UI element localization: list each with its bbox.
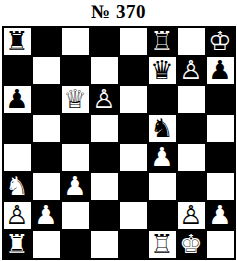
square-a4 <box>3 143 32 172</box>
square-d1 <box>90 230 119 259</box>
square-g7: ♙ <box>177 56 206 85</box>
square-b3 <box>32 172 61 201</box>
square-h7: ♟ <box>206 56 235 85</box>
square-e5 <box>119 114 148 143</box>
square-h6 <box>206 85 235 114</box>
square-a6: ♟ <box>3 85 32 114</box>
square-d7 <box>90 56 119 85</box>
square-d3 <box>90 172 119 201</box>
square-a5 <box>3 114 32 143</box>
piece-white-pawn-g2: ♙ <box>179 201 202 230</box>
square-a7 <box>3 56 32 85</box>
square-g5 <box>177 114 206 143</box>
piece-black-knight-f5: ♞ <box>150 114 173 143</box>
square-c6: ♕ <box>61 85 90 114</box>
square-b7 <box>32 56 61 85</box>
square-b1 <box>32 230 61 259</box>
piece-black-pawn-h2: ♟ <box>208 201 231 230</box>
square-c8 <box>61 27 90 56</box>
square-c5 <box>61 114 90 143</box>
piece-white-pawn-d6: ♙ <box>92 85 115 114</box>
square-b2: ♟ <box>32 201 61 230</box>
square-g6 <box>177 85 206 114</box>
square-f1: ♖ <box>148 230 177 259</box>
square-e2 <box>119 201 148 230</box>
piece-black-rook-a8: ♜ <box>5 27 28 56</box>
square-f2 <box>148 201 177 230</box>
square-g8 <box>177 27 206 56</box>
square-c3: ♟ <box>61 172 90 201</box>
square-g4 <box>177 143 206 172</box>
piece-white-king-h8: ♔ <box>208 27 231 56</box>
square-f6 <box>148 85 177 114</box>
piece-black-knight-a3: ♞ <box>5 172 28 201</box>
square-b8 <box>32 27 61 56</box>
square-a3: ♞ <box>3 172 32 201</box>
piece-black-queen-f7: ♛ <box>150 56 173 85</box>
square-f8: ♖ <box>148 27 177 56</box>
square-c1 <box>61 230 90 259</box>
square-d4 <box>90 143 119 172</box>
square-g1: ♚ <box>177 230 206 259</box>
piece-white-pawn-a2: ♙ <box>5 201 28 230</box>
square-c7 <box>61 56 90 85</box>
piece-black-rook-a1: ♜ <box>5 230 28 259</box>
square-h3 <box>206 172 235 201</box>
square-g3 <box>177 172 206 201</box>
square-d2 <box>90 201 119 230</box>
square-e8 <box>119 27 148 56</box>
chess-board: ♜♖♔♛♙♟♟♕♙♞♟♞♟♙♟♙♟♜♖♚ <box>2 26 236 260</box>
square-e4 <box>119 143 148 172</box>
piece-white-rook-f1: ♖ <box>150 230 173 259</box>
square-c2 <box>61 201 90 230</box>
square-f7: ♛ <box>148 56 177 85</box>
square-c4 <box>61 143 90 172</box>
piece-black-king-g1: ♚ <box>179 230 202 259</box>
square-b4 <box>32 143 61 172</box>
square-f3 <box>148 172 177 201</box>
square-b5 <box>32 114 61 143</box>
square-e1 <box>119 230 148 259</box>
piece-black-pawn-f4: ♟ <box>150 143 173 172</box>
square-d5 <box>90 114 119 143</box>
square-d6: ♙ <box>90 85 119 114</box>
piece-white-queen-c6: ♕ <box>63 85 86 114</box>
piece-black-pawn-b2: ♟ <box>34 201 57 230</box>
square-e7 <box>119 56 148 85</box>
square-e6 <box>119 85 148 114</box>
square-h1 <box>206 230 235 259</box>
square-h8: ♔ <box>206 27 235 56</box>
piece-black-pawn-h7: ♟ <box>208 56 231 85</box>
square-h5 <box>206 114 235 143</box>
piece-black-pawn-a6: ♟ <box>5 85 28 114</box>
square-e3 <box>119 172 148 201</box>
square-a8: ♜ <box>3 27 32 56</box>
square-f4: ♟ <box>148 143 177 172</box>
chess-diagram-page: № 370 ♜♖♔♛♙♟♟♕♙♞♟♞♟♙♟♙♟♜♖♚ <box>0 0 237 261</box>
square-b6 <box>32 85 61 114</box>
square-h2: ♟ <box>206 201 235 230</box>
square-a2: ♙ <box>3 201 32 230</box>
piece-black-pawn-c3: ♟ <box>63 172 86 201</box>
square-a1: ♜ <box>3 230 32 259</box>
square-h4 <box>206 143 235 172</box>
piece-white-pawn-g7: ♙ <box>179 56 202 85</box>
piece-white-rook-f8: ♖ <box>150 27 173 56</box>
square-g2: ♙ <box>177 201 206 230</box>
square-d8 <box>90 27 119 56</box>
page-title: № 370 <box>0 1 237 23</box>
square-f5: ♞ <box>148 114 177 143</box>
